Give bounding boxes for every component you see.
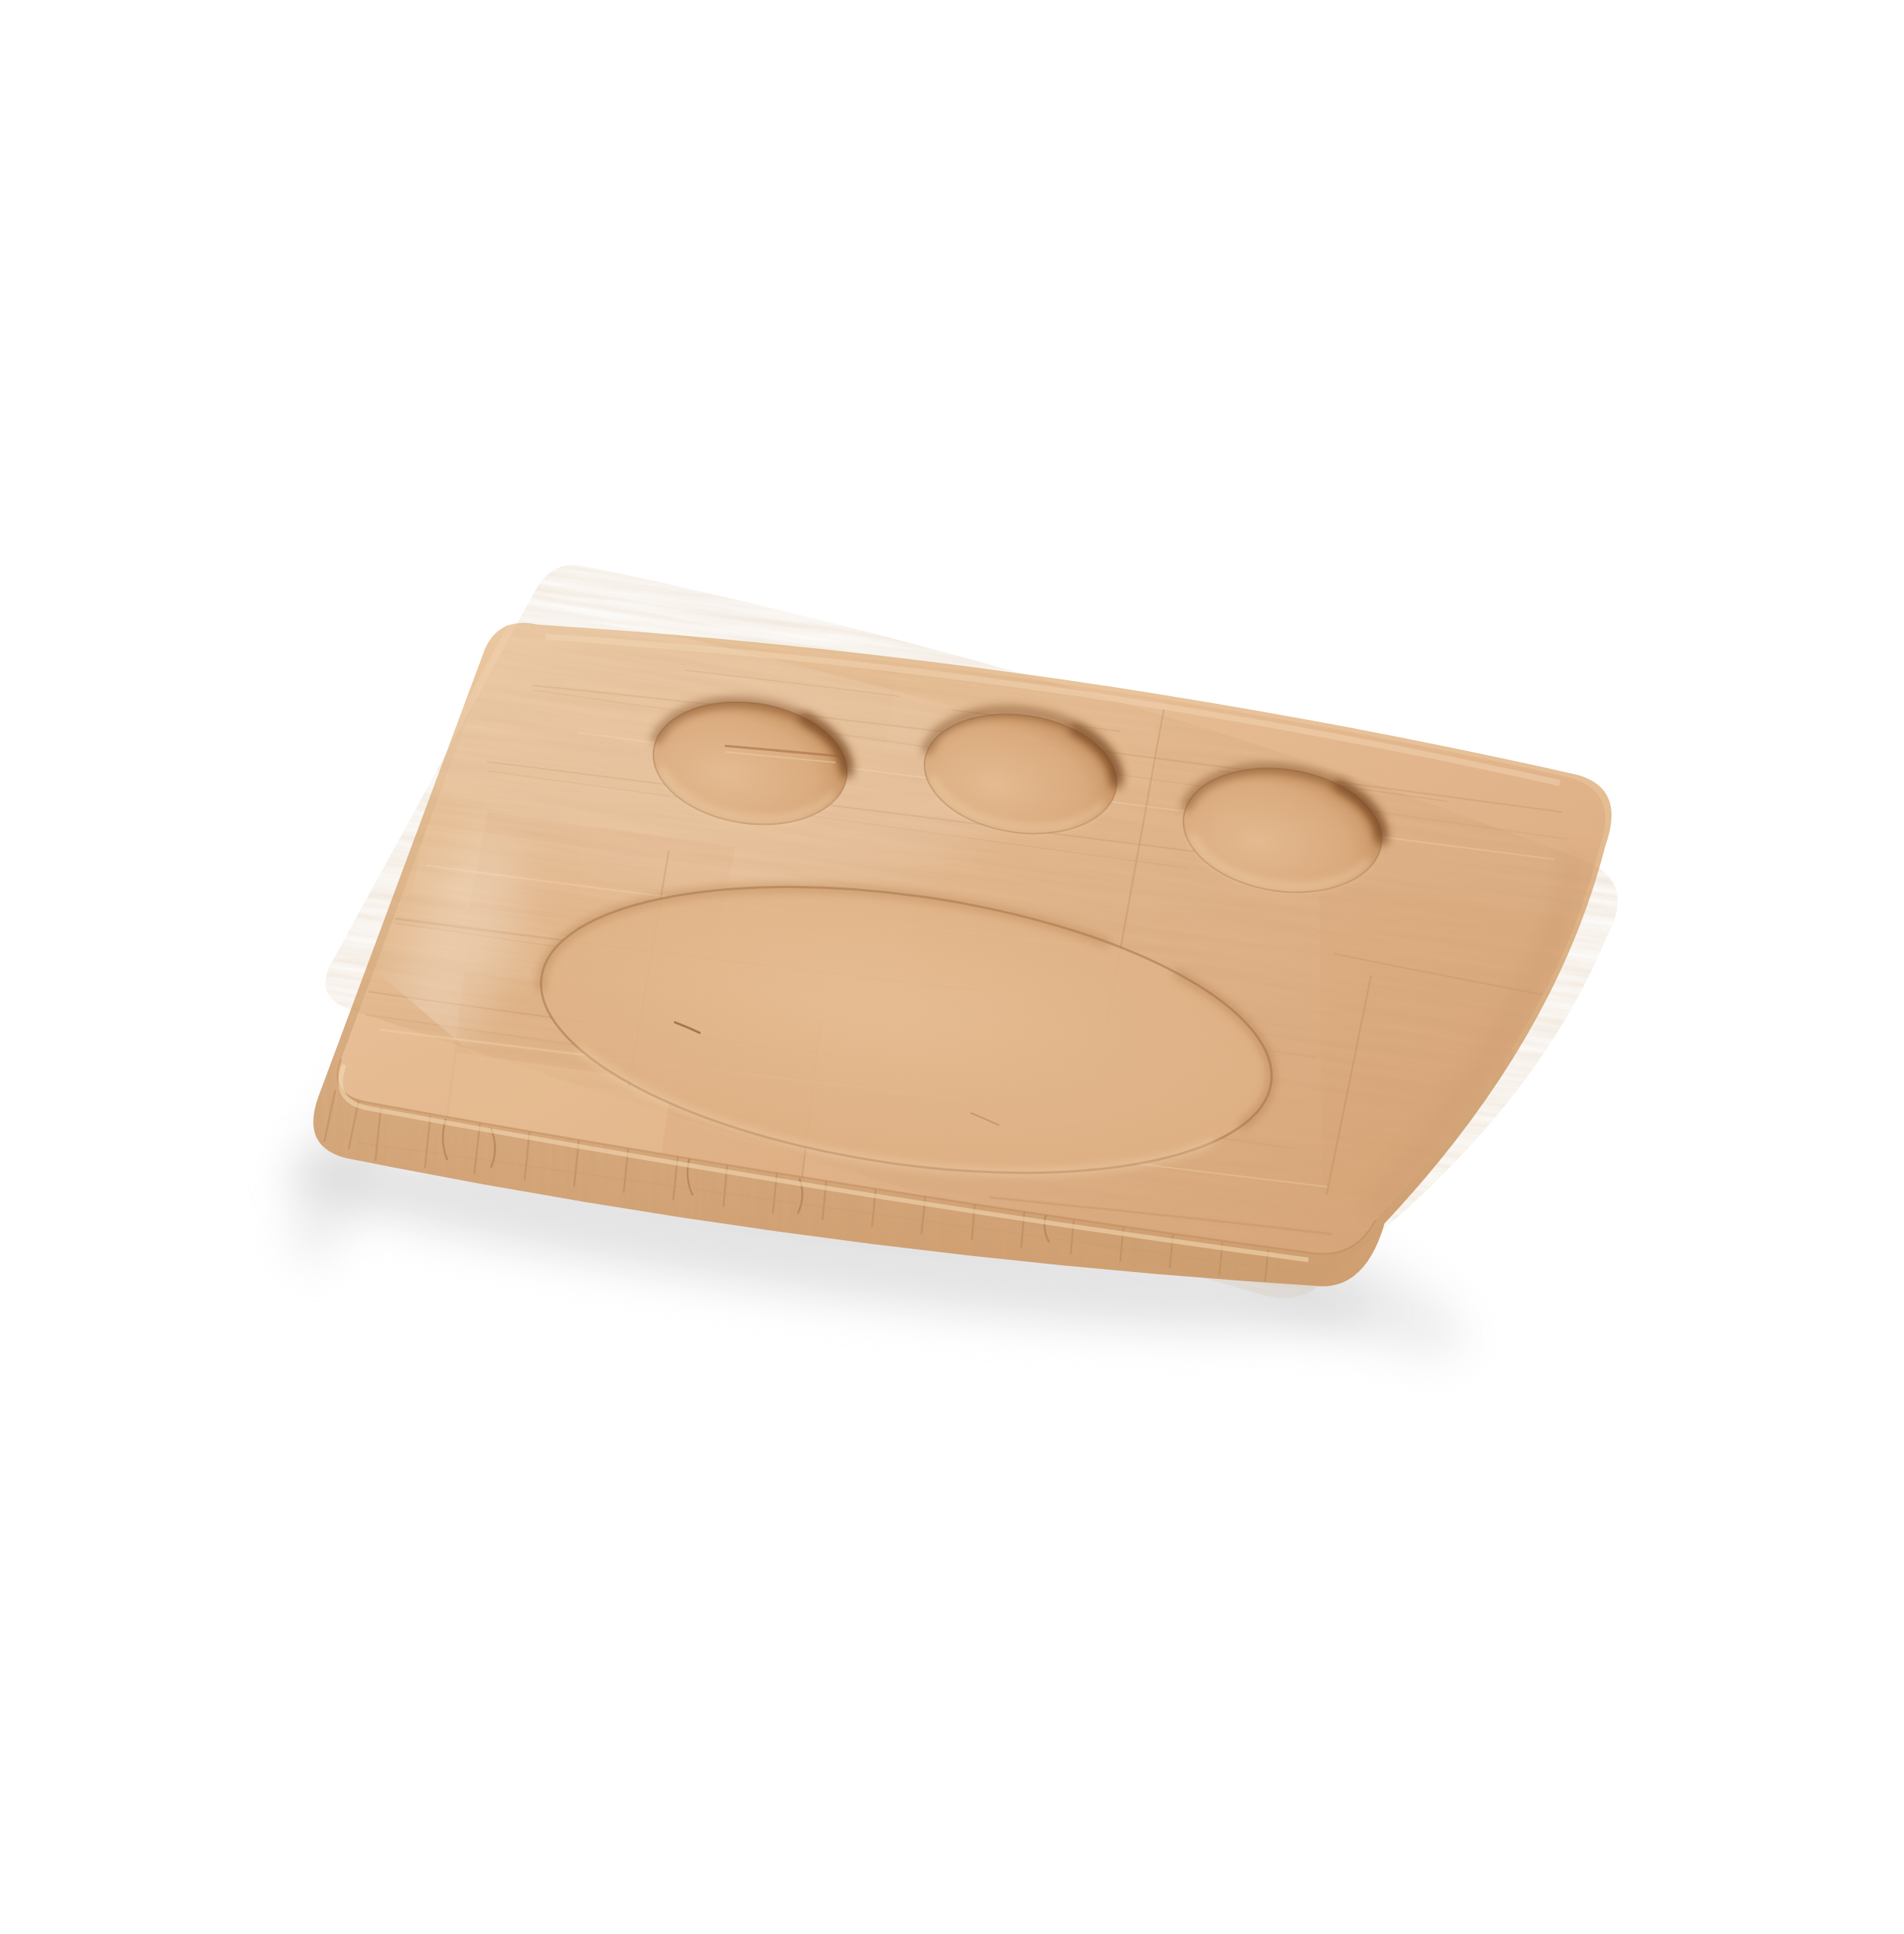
- product-photo: [0, 0, 1904, 1934]
- serving-board-illustration: [0, 0, 1904, 1934]
